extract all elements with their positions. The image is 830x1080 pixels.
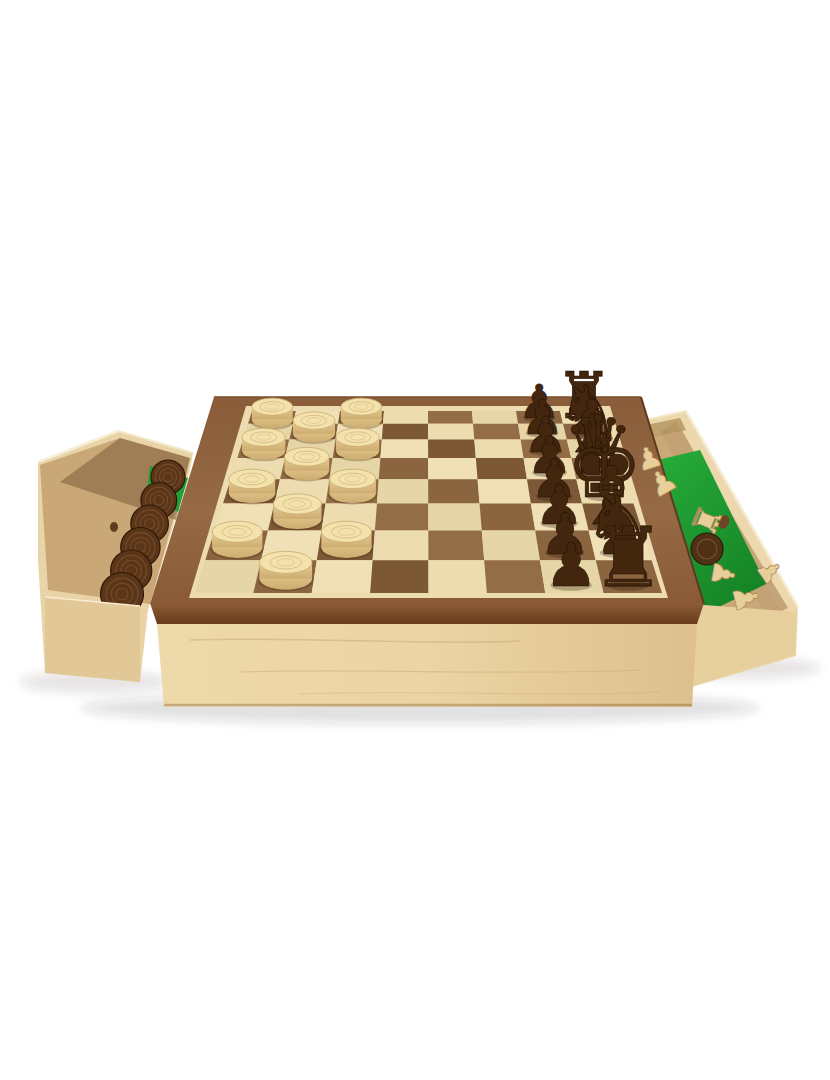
- checker-top: [284, 447, 329, 466]
- box-front-face: [157, 623, 697, 707]
- checker-piece: [211, 521, 264, 559]
- light-square: [428, 503, 482, 530]
- dark-square: [484, 560, 545, 593]
- dark-square: [379, 458, 428, 479]
- checker-top: [273, 494, 321, 514]
- light-square: [428, 424, 474, 440]
- dark-square: [428, 479, 479, 503]
- dark-square: [473, 424, 521, 440]
- checker-top: [321, 521, 371, 542]
- checker-piece: [227, 469, 276, 504]
- dark-square: [428, 411, 473, 424]
- checker-top: [293, 412, 335, 430]
- light-square: [474, 439, 523, 457]
- checker-piece: [251, 398, 294, 429]
- product-photo-scene: ♟♟♜♟♟♟ ♟♜♟♞♟♝♟♛♟♚♟♝♟♞♟♜: [0, 0, 830, 1080]
- checker-piece: [283, 447, 330, 481]
- light-square: [312, 560, 373, 593]
- pawn-piece: ♟: [544, 530, 598, 600]
- checker-piece: [292, 412, 336, 444]
- rook-piece: ♜: [591, 509, 665, 606]
- light-square: [377, 479, 428, 503]
- checker-piece: [335, 428, 381, 461]
- light-square: [380, 439, 428, 457]
- dark-square: [476, 458, 527, 479]
- checker-top: [336, 428, 379, 446]
- checker-top: [330, 469, 376, 488]
- dark-square: [382, 424, 428, 440]
- checker-piece: [328, 469, 377, 504]
- light-square: [428, 458, 477, 479]
- checker-piece: [272, 494, 323, 531]
- light-square: [195, 560, 261, 593]
- checker-top: [229, 469, 275, 488]
- dark-square: [428, 530, 484, 560]
- checker-piece: [340, 398, 383, 429]
- dark-square: [375, 503, 428, 530]
- checker-piece: [320, 521, 373, 559]
- checker-top: [259, 551, 312, 573]
- light-square: [482, 530, 540, 560]
- dark-square: [480, 503, 536, 530]
- light-square: [373, 530, 429, 560]
- light-square: [478, 479, 531, 503]
- checker-top: [212, 521, 262, 542]
- light-square: [428, 560, 486, 593]
- checker-top: [242, 428, 285, 446]
- dark-square: [370, 560, 428, 593]
- checker-piece: [258, 551, 314, 591]
- left-drawer-finger-hole: [110, 522, 118, 532]
- pawn-glyph: ♟: [544, 530, 598, 600]
- checker-piece: [241, 428, 287, 461]
- light-square: [383, 411, 428, 424]
- box-body: [157, 623, 697, 707]
- left-drawer-front-face: [45, 597, 140, 682]
- light-square: [472, 411, 518, 424]
- checker-top: [341, 398, 382, 415]
- checker-top: [252, 398, 293, 415]
- dark-square: [428, 439, 476, 457]
- rook-glyph: ♜: [591, 509, 665, 606]
- scene-canvas: ♟♟♜♟♟♟ ♟♜♟♞♟♝♟♛♟♚♟♝♟♞♟♜: [0, 0, 830, 1080]
